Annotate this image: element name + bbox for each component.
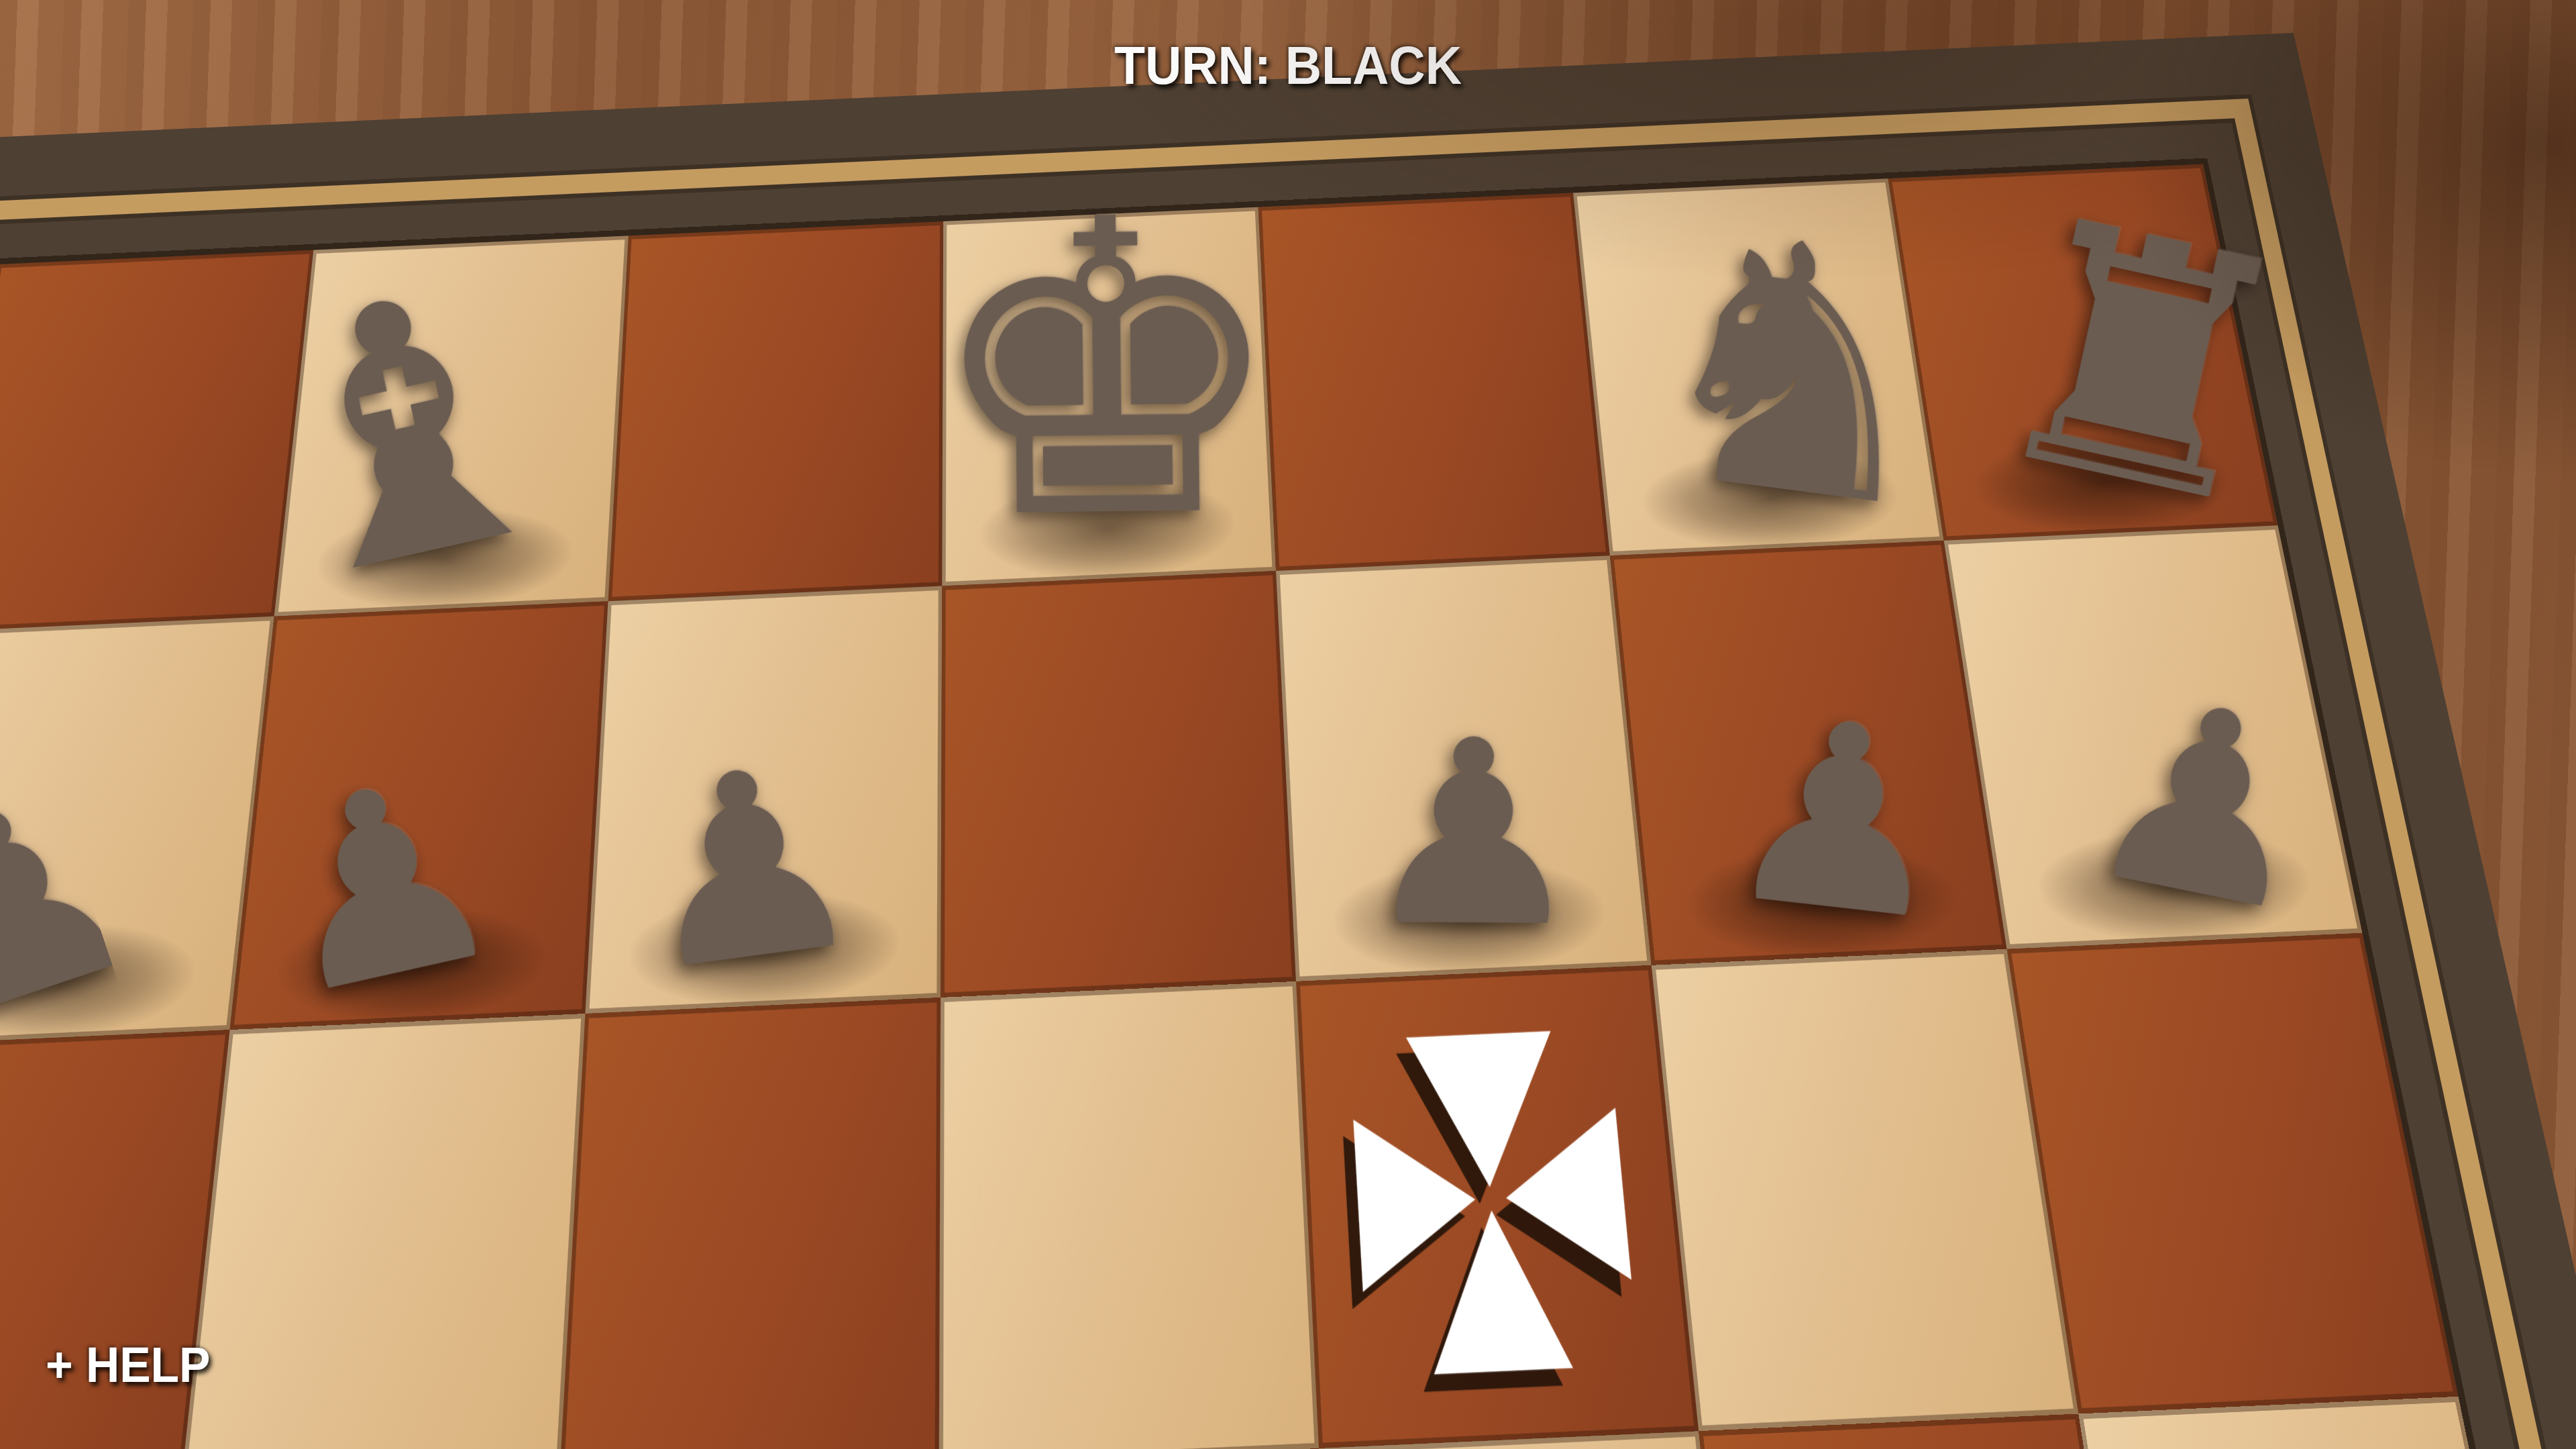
square-b7[interactable]: ♟ — [0, 616, 274, 1046]
black-bishop-c8[interactable]: ♝ — [218, 237, 594, 627]
black-knight-g8[interactable]: ♞ — [1623, 192, 1968, 552]
marker-triangle — [1326, 1002, 1664, 1407]
square-g7[interactable]: ♟ — [1610, 541, 2007, 965]
marker-triangle-shadow — [1316, 1018, 1654, 1425]
scene-3d: ♜♝♚♞♜♟♟♟♟♟♟♟♞♝♟♛♟♟♟♟♟♟♟♟♜♞♝♛♚♝♞♜ — [0, 0, 2576, 1449]
square-e8[interactable]: ♚ — [942, 207, 1276, 586]
marker-triangle-shadow — [1316, 1018, 1654, 1425]
square-f8[interactable] — [1258, 193, 1610, 571]
black-pawn-d7[interactable]: ♟ — [619, 733, 877, 1003]
square-e7[interactable] — [941, 571, 1296, 998]
square-c8[interactable]: ♝ — [274, 235, 629, 616]
square-c7[interactable]: ♟ — [230, 601, 608, 1030]
marker-triangle — [1326, 1002, 1664, 1407]
square-d8[interactable] — [608, 221, 944, 601]
help-button[interactable]: + HELP — [46, 1336, 210, 1393]
black-pawn-h7[interactable]: ♟ — [2070, 664, 2341, 947]
square-g6[interactable] — [1652, 949, 2079, 1431]
camera-roll: ♜♝♚♞♜♟♟♟♟♟♟♟♞♝♟♛♟♟♟♟♟♟♟♟♜♞♝♛♚♝♞♜ — [0, 0, 2576, 1449]
move-marker — [1326, 1002, 1664, 1407]
black-pawn-g7[interactable]: ♟ — [1713, 687, 1967, 953]
square-g8[interactable]: ♞ — [1573, 178, 1944, 555]
black-pawn-f7[interactable]: ♟ — [1358, 713, 1589, 957]
board-grid: ♜♝♚♞♜♟♟♟♟♟♟♟♞♝♟♛♟♟♟♟♟♟♟♟♜♞♝♛♚♝♞♜ — [0, 164, 2576, 1449]
square-d7[interactable]: ♟ — [585, 586, 942, 1014]
square-h6[interactable] — [2007, 933, 2459, 1414]
square-f6[interactable] — [1296, 965, 1699, 1448]
black-king-e8[interactable]: ♚ — [922, 176, 1291, 566]
square-e6[interactable] — [939, 981, 1319, 1449]
square-c6[interactable] — [179, 1014, 585, 1449]
marker-triangle-shadow — [1316, 1018, 1654, 1425]
square-d6[interactable] — [559, 998, 941, 1449]
black-pawn-b7[interactable]: ♟ — [0, 755, 162, 1057]
marker-triangle — [1326, 1002, 1664, 1407]
black-rook-h8[interactable]: ♜ — [1962, 176, 2322, 550]
marker-triangle-shadow — [1316, 1018, 1654, 1425]
square-f7[interactable]: ♟ — [1276, 555, 1652, 981]
game-viewport: ♜♝♚♞♜♟♟♟♟♟♟♟♞♝♟♛♟♟♟♟♟♟♟♟♜♞♝♛♚♝♞♜ TURN: B… — [0, 0, 2576, 1449]
marker-triangle — [1326, 1002, 1664, 1407]
chess-board: ♜♝♚♞♜♟♟♟♟♟♟♟♞♝♟♛♟♟♟♟♟♟♟♟♜♞♝♛♚♝♞♜ — [0, 33, 2576, 1449]
square-h7[interactable]: ♟ — [1944, 525, 2363, 949]
